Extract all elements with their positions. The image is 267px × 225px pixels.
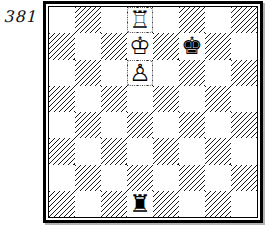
square-g7 xyxy=(205,33,231,59)
square-h7 xyxy=(231,33,257,59)
square-b6 xyxy=(75,60,101,86)
square-c8 xyxy=(101,7,127,33)
diagram-number: 381 xyxy=(1,7,39,26)
square-g8 xyxy=(205,7,231,33)
chess-board: ♖♔♚♙♜ xyxy=(43,1,263,223)
square-c7 xyxy=(101,33,127,59)
chess-board-grid: ♖♔♚♙♜ xyxy=(48,6,258,218)
square-g2 xyxy=(205,165,231,191)
square-d5 xyxy=(127,86,153,112)
square-e5 xyxy=(153,86,179,112)
square-f7: ♚ xyxy=(179,33,205,59)
square-f6 xyxy=(179,60,205,86)
square-e6 xyxy=(153,60,179,86)
square-d6: ♙ xyxy=(127,60,153,86)
square-e4 xyxy=(153,112,179,138)
square-g4 xyxy=(205,112,231,138)
square-h1 xyxy=(231,191,257,217)
square-b1 xyxy=(75,191,101,217)
square-c4 xyxy=(101,112,127,138)
black-rook-d1: ♜ xyxy=(129,192,151,216)
square-g6 xyxy=(205,60,231,86)
white-king-d7: ♔ xyxy=(129,34,151,58)
square-f2 xyxy=(179,165,205,191)
square-f4 xyxy=(179,112,205,138)
square-a6 xyxy=(49,60,75,86)
square-d8: ♖ xyxy=(127,7,153,33)
square-c3 xyxy=(101,138,127,164)
white-pawn-d6: ♙ xyxy=(128,61,152,85)
square-h2 xyxy=(231,165,257,191)
square-c6 xyxy=(101,60,127,86)
square-e7 xyxy=(153,33,179,59)
square-b7 xyxy=(75,33,101,59)
square-a4 xyxy=(49,112,75,138)
square-g5 xyxy=(205,86,231,112)
square-h6 xyxy=(231,60,257,86)
chess-board-inner-frame: ♖♔♚♙♜ xyxy=(46,4,260,220)
diagram-page: 381 ♖♔♚♙♜ xyxy=(0,0,267,225)
square-h5 xyxy=(231,86,257,112)
square-a8 xyxy=(49,7,75,33)
square-g3 xyxy=(205,138,231,164)
square-e3 xyxy=(153,138,179,164)
square-a3 xyxy=(49,138,75,164)
square-f8 xyxy=(179,7,205,33)
square-h8 xyxy=(231,7,257,33)
black-king-f7: ♚ xyxy=(181,34,203,58)
square-a2 xyxy=(49,165,75,191)
square-b2 xyxy=(75,165,101,191)
square-e8 xyxy=(153,7,179,33)
square-d2 xyxy=(127,165,153,191)
square-f1 xyxy=(179,191,205,217)
square-e2 xyxy=(153,165,179,191)
square-f3 xyxy=(179,138,205,164)
square-g1 xyxy=(205,191,231,217)
square-d1: ♜ xyxy=(127,191,153,217)
square-d4 xyxy=(127,112,153,138)
square-f5 xyxy=(179,86,205,112)
square-b4 xyxy=(75,112,101,138)
square-e1 xyxy=(153,191,179,217)
square-h4 xyxy=(231,112,257,138)
square-c2 xyxy=(101,165,127,191)
square-b3 xyxy=(75,138,101,164)
square-c1 xyxy=(101,191,127,217)
square-h3 xyxy=(231,138,257,164)
square-d7: ♔ xyxy=(127,33,153,59)
white-rook-d8: ♖ xyxy=(128,8,152,32)
square-d3 xyxy=(127,138,153,164)
square-a5 xyxy=(49,86,75,112)
square-a1 xyxy=(49,191,75,217)
square-a7 xyxy=(49,33,75,59)
square-b5 xyxy=(75,86,101,112)
square-c5 xyxy=(101,86,127,112)
square-b8 xyxy=(75,7,101,33)
